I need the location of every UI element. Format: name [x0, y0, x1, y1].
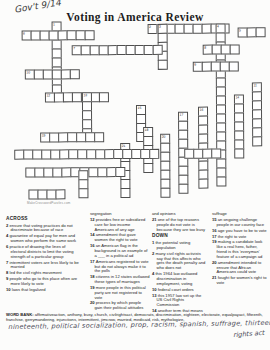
clue-item: 10 laws that legalized: [6, 288, 82, 293]
clue-item: 21 fought for women's right to vote: [212, 276, 268, 286]
grid-cell[interactable]: [198, 179, 208, 189]
clue-item: 4 this 1964 law outlawed discrimination …: [152, 272, 208, 286]
crossword-word-10a: 10: [25, 69, 80, 79]
clue-item: 7 intermittent voters are less likely to…: [6, 261, 82, 271]
clue-item-number: 19: [212, 239, 218, 244]
clue-number-label: 3: [159, 24, 161, 28]
grid-cell[interactable]: [160, 188, 170, 198]
clue-number-label: 8: [204, 45, 206, 49]
clue-item-number: 19: [90, 285, 96, 290]
clue-column-down: and opinions21 one of the top reasons pe…: [152, 212, 208, 315]
grid-cell[interactable]: [216, 177, 226, 187]
crossword-word-20d: 20: [160, 134, 170, 198]
crossword-word: [28, 189, 65, 199]
clue-column-across: ACROSS2 ensure that voting practices do …: [6, 216, 82, 294]
grid-cell[interactable]: [149, 149, 159, 159]
clue-number-label: 12: [46, 93, 50, 97]
clue-number-label: 1: [53, 22, 55, 26]
clue-item: 12 provides free or subsidized care for …: [90, 218, 150, 232]
clue-item: 16 an American flag in the background is…: [90, 244, 150, 258]
clue-number-label: 7: [73, 46, 75, 50]
clue-item-number: 14: [90, 232, 96, 237]
clue-number-label: 11: [253, 83, 257, 87]
clue-number-label: 21: [122, 144, 126, 148]
clue-item: 16 age you have to be to vote: [212, 229, 268, 234]
crossword-word: [14, 149, 159, 160]
clue-item: 1 the potential voting population: [152, 241, 208, 251]
clue-item-number: 21: [152, 217, 158, 222]
grid-cell[interactable]: [143, 163, 153, 173]
crossword-word-6a: 6: [22, 30, 95, 40]
clue-number-label: 19: [42, 133, 46, 137]
clue-item: 4 guarantee of equal pay for men and wom…: [6, 234, 82, 244]
clue-number-label: 18: [145, 127, 149, 131]
clue-item-number: 20: [90, 300, 96, 305]
clue-item-number: 15: [212, 217, 218, 222]
clue-item-number: 8: [6, 270, 9, 275]
clue-item-number: 2: [152, 251, 155, 256]
clue-item: 2 many civil rights activists say that t…: [152, 252, 208, 271]
clue-item-number: 17: [90, 259, 96, 264]
clue-item-number: 4: [152, 271, 155, 276]
grid-cell[interactable]: [78, 188, 88, 198]
clue-item-number: 17: [212, 234, 218, 239]
clue-item-number: 13: [152, 293, 158, 298]
grid-cell[interactable]: [158, 60, 168, 70]
down-heading: DOWN: [152, 233, 208, 239]
clue-item-number: 10: [152, 287, 158, 292]
grid-cell[interactable]: [70, 69, 80, 79]
clue-item-number: 4: [6, 233, 9, 238]
clue-item-number: 12: [90, 217, 96, 222]
clue-item-number: 18: [90, 274, 96, 279]
crossword-word: [184, 149, 221, 159]
clue-item: 17 Americans registered to vote but do n…: [90, 260, 150, 274]
clue-item-number: 16: [212, 228, 218, 233]
clue-item-number: 9: [6, 276, 9, 281]
clue-item: 18 citizens in 12 states outlawed these …: [90, 275, 150, 285]
clue-number-label: 13: [83, 93, 87, 97]
clue-column-down-cont: suffrage15 an ongoing challenge people i…: [212, 212, 268, 287]
handwritten-word-bank-tail: rights act: [232, 329, 264, 339]
clue-number-label: 6: [23, 31, 25, 35]
crossword-word-9a: 9: [193, 61, 239, 71]
grid-cell[interactable]: [178, 184, 188, 194]
clue-number-label: 4: [217, 24, 219, 28]
clue-number-label: 16: [199, 107, 203, 111]
crossword-word-19a: 19: [40, 132, 104, 142]
worksheet-page: Gov't 9/14 Voting in America Review 1234…: [0, 0, 270, 350]
clue-item-number: 21: [212, 275, 218, 280]
grid-cell[interactable]: [85, 30, 95, 40]
grid-cell[interactable]: [153, 45, 163, 55]
crossword-word: [25, 167, 125, 178]
clue-column-across-cont: segregation12 provides free or subsidize…: [90, 212, 150, 312]
grid-cell[interactable]: [211, 149, 221, 159]
clue-item: 20 amendment intended to ensure that Afr…: [212, 261, 268, 275]
grid-cell[interactable]: [234, 148, 244, 158]
grid-cell[interactable]: [252, 136, 262, 146]
crossword-word-7a: 7: [72, 45, 163, 55]
clue-number-label: 20: [162, 134, 166, 138]
grid-cell[interactable]: [115, 167, 125, 177]
clue-item-number: 16: [90, 243, 96, 248]
crossword-grid: 123456789101112131415161718192021: [0, 0, 270, 216]
grid-cell[interactable]: [230, 44, 240, 54]
clue-number-label: 10: [26, 70, 30, 74]
clue-number-label: 5: [239, 28, 241, 32]
crossword-word: [78, 170, 88, 198]
clue-item-number: 2: [6, 223, 9, 228]
grid-cell[interactable]: [256, 27, 266, 37]
crossword-word-11d: 11: [252, 82, 262, 146]
clue-item: 19 more people in this political party a…: [90, 286, 150, 300]
clue-item-number: 7: [6, 260, 9, 265]
clue-item: 15 an ongoing challenge people in our co…: [212, 218, 268, 228]
watermark: MakeCrosswordPuzzles.com: [27, 201, 70, 205]
across-heading: ACROSS: [6, 216, 82, 222]
crossword-word-8a: 8: [203, 44, 240, 54]
clue-number-label: 14: [235, 95, 239, 99]
grid-cell[interactable]: [94, 132, 104, 142]
crossword-word-14d: 14: [234, 94, 244, 158]
clue-item-number: 6: [6, 244, 9, 249]
clue-item: 13 this 1957 law set up the US Civil Rig…: [152, 294, 208, 308]
clue-item: 21 one of the top reasons people do not …: [152, 218, 208, 232]
clue-number-label: 9: [194, 62, 196, 66]
crossword-word-12a: 12: [45, 92, 109, 102]
clue-item: 10 federal court orders: [152, 288, 208, 293]
clue-item: 2 ensure that voting practices do not di…: [6, 224, 82, 234]
clue-item-number: 1: [152, 240, 155, 245]
grid-cell[interactable]: [55, 189, 65, 199]
clue-item: 6 practice of drawing the lines of elect…: [6, 245, 82, 259]
crossword-word-5a: 5: [238, 27, 266, 37]
grid-cell[interactable]: [120, 188, 130, 198]
grid-cell[interactable]: [99, 92, 109, 102]
clue-item: 20 process by which people gain their po…: [90, 301, 150, 311]
clue-number-label: 15: [137, 105, 141, 109]
clue-item: 14 amendment that gave women the right t…: [90, 233, 150, 243]
clue-number-label: 17: [180, 112, 184, 116]
clue-item: 9 people who go to this place often are …: [6, 277, 82, 287]
clue-number-label: 2: [149, 24, 151, 28]
grid-cell[interactable]: [229, 61, 239, 71]
clue-item-number: 10: [6, 287, 12, 292]
clue-item: 19 making a candidate look like a real h…: [212, 240, 268, 259]
clue-item-number: 20: [212, 260, 218, 265]
